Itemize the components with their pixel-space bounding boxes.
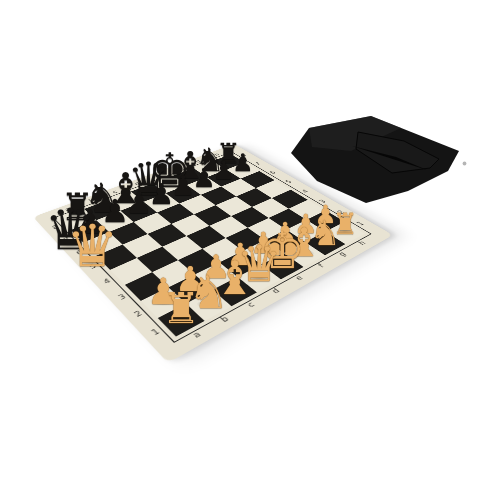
carrying-bag [0,0,480,480]
product-photo-scene: aabbccddeeffgghh1122334455667788 ♜♞♟♝♟♚♟… [0,0,480,480]
